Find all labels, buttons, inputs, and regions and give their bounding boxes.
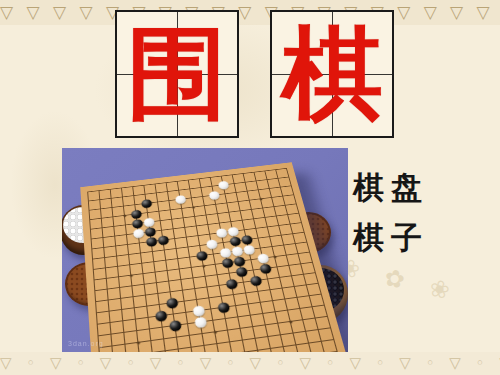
black-stone [240,234,253,244]
label-qizi-stones: 棋子 [353,217,429,259]
go-board-photo: 3dan.org [62,148,348,352]
white-stone [219,247,232,258]
star-point [136,341,140,344]
black-stone [144,227,156,237]
white-stone [132,228,144,238]
go-board [80,162,347,352]
white-stone [143,217,155,227]
star-point [202,264,205,267]
black-stone [154,310,167,322]
star-point [213,330,217,333]
black-stone [229,236,242,246]
white-stone [194,316,207,328]
go-board-grid [87,168,338,352]
black-stone [217,301,230,313]
white-stone [227,226,239,236]
title-character-qi: 棋 [272,12,392,136]
top-border-pattern [0,0,500,25]
label-qipan-board: 棋盘 [353,167,429,209]
calligraphy-grid-box-2: 棋 [270,10,394,138]
black-stone [249,275,262,286]
star-point [129,274,132,277]
white-stone [205,239,217,249]
white-stone [256,253,269,264]
black-stone [130,209,142,219]
plum-blossom-glyphs: ❀ ✿ ❀ [337,253,462,308]
star-point [259,198,262,201]
black-stone [233,256,246,267]
white-stone [217,180,229,189]
white-stone [215,228,227,238]
black-stone [140,199,151,209]
black-stone [165,297,178,309]
bottom-border-pattern [0,352,500,375]
black-stone [259,263,272,274]
photo-watermark: 3dan.org [68,340,104,347]
black-stone [145,236,157,246]
black-stone [235,266,248,277]
star-point [123,214,126,217]
black-stone [131,218,143,228]
black-stone [168,319,181,331]
white-stone [208,190,220,200]
white-stone [192,305,205,317]
black-stone [225,278,238,289]
white-stone [242,244,255,255]
calligraphy-grid-box-1: 围 [115,10,239,138]
star-point [288,320,292,323]
black-stone [221,257,234,268]
star-point [191,206,194,209]
black-stone [195,250,208,261]
white-stone [231,246,244,257]
star-point [273,255,277,258]
title-character-wei: 围 [117,12,237,136]
black-stone [157,235,169,245]
white-stone [174,194,186,204]
